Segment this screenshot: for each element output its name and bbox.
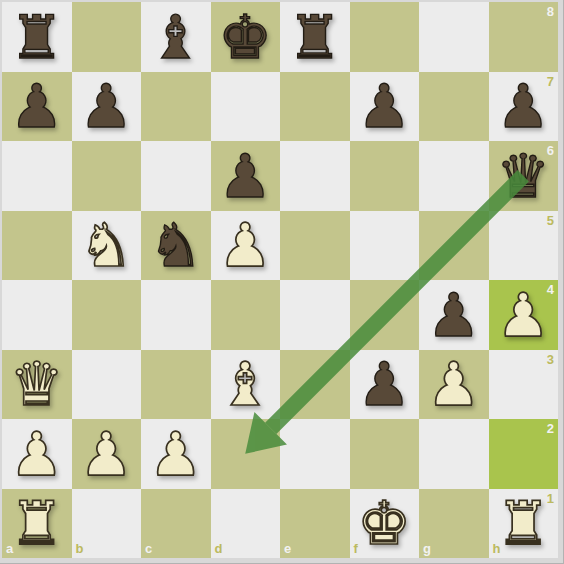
square-b1[interactable]: b: [72, 489, 142, 559]
square-g1[interactable]: g: [419, 489, 489, 559]
square-a4[interactable]: [2, 280, 72, 350]
square-d6[interactable]: ♟: [211, 141, 281, 211]
black-pawn-g4[interactable]: ♟: [419, 280, 489, 350]
chess-board: ♜♝♚♜8♟♟♟♟7♟♛6♞♞♟5♟♟4♛♝♟♟3♟♟♟2♜abcde♚fg♜1…: [2, 2, 558, 558]
square-e4[interactable]: [280, 280, 350, 350]
square-d5[interactable]: ♟: [211, 211, 281, 281]
rank-label-4: 4: [547, 283, 554, 296]
square-a2[interactable]: ♟: [2, 419, 72, 489]
square-f5[interactable]: [350, 211, 420, 281]
square-g6[interactable]: [419, 141, 489, 211]
square-c7[interactable]: [141, 72, 211, 142]
white-knight-b5[interactable]: ♞: [72, 211, 142, 281]
rank-label-8: 8: [547, 5, 554, 18]
black-pawn-a7[interactable]: ♟: [2, 72, 72, 142]
square-c8[interactable]: ♝: [141, 2, 211, 72]
rank-label-5: 5: [547, 214, 554, 227]
square-f1[interactable]: ♚f: [350, 489, 420, 559]
square-h7[interactable]: ♟7: [489, 72, 559, 142]
square-e2[interactable]: [280, 419, 350, 489]
square-h4[interactable]: ♟4: [489, 280, 559, 350]
square-c4[interactable]: [141, 280, 211, 350]
square-h8[interactable]: 8: [489, 2, 559, 72]
square-d3[interactable]: ♝: [211, 350, 281, 420]
square-b6[interactable]: [72, 141, 142, 211]
square-g4[interactable]: ♟: [419, 280, 489, 350]
black-pawn-b7[interactable]: ♟: [72, 72, 142, 142]
white-pawn-g3[interactable]: ♟: [419, 350, 489, 420]
rank-label-3: 3: [547, 353, 554, 366]
square-d2[interactable]: [211, 419, 281, 489]
file-label-c: c: [145, 542, 152, 555]
square-f7[interactable]: ♟: [350, 72, 420, 142]
square-g7[interactable]: [419, 72, 489, 142]
square-g3[interactable]: ♟: [419, 350, 489, 420]
square-e8[interactable]: ♜: [280, 2, 350, 72]
square-b2[interactable]: ♟: [72, 419, 142, 489]
square-g8[interactable]: [419, 2, 489, 72]
square-a6[interactable]: [2, 141, 72, 211]
white-bishop-d3[interactable]: ♝: [211, 350, 281, 420]
chess-board-container: ♜♝♚♜8♟♟♟♟7♟♛6♞♞♟5♟♟4♛♝♟♟3♟♟♟2♜abcde♚fg♜1…: [0, 0, 564, 564]
file-label-g: g: [423, 542, 431, 555]
square-g2[interactable]: [419, 419, 489, 489]
square-a8[interactable]: ♜: [2, 2, 72, 72]
square-e1[interactable]: e: [280, 489, 350, 559]
square-a3[interactable]: ♛: [2, 350, 72, 420]
square-c6[interactable]: [141, 141, 211, 211]
rank-label-6: 6: [547, 144, 554, 157]
square-h6[interactable]: ♛6: [489, 141, 559, 211]
white-pawn-b2[interactable]: ♟: [72, 419, 142, 489]
white-king-f1[interactable]: ♚: [350, 489, 420, 559]
square-c5[interactable]: ♞: [141, 211, 211, 281]
square-f2[interactable]: [350, 419, 420, 489]
square-b5[interactable]: ♞: [72, 211, 142, 281]
file-label-d: d: [215, 542, 223, 555]
black-pawn-f3[interactable]: ♟: [350, 350, 420, 420]
square-d1[interactable]: d: [211, 489, 281, 559]
black-rook-e8[interactable]: ♜: [280, 2, 350, 72]
square-c2[interactable]: ♟: [141, 419, 211, 489]
square-g5[interactable]: [419, 211, 489, 281]
square-f8[interactable]: [350, 2, 420, 72]
file-label-e: e: [284, 542, 291, 555]
square-b4[interactable]: [72, 280, 142, 350]
file-label-f: f: [354, 542, 358, 555]
file-label-b: b: [76, 542, 84, 555]
black-king-d8[interactable]: ♚: [211, 2, 281, 72]
white-queen-a3[interactable]: ♛: [2, 350, 72, 420]
square-h5[interactable]: 5: [489, 211, 559, 281]
square-f4[interactable]: [350, 280, 420, 350]
square-a1[interactable]: ♜a: [2, 489, 72, 559]
square-h2[interactable]: 2: [489, 419, 559, 489]
square-b8[interactable]: [72, 2, 142, 72]
square-f3[interactable]: ♟: [350, 350, 420, 420]
black-bishop-c8[interactable]: ♝: [141, 2, 211, 72]
square-e6[interactable]: [280, 141, 350, 211]
file-label-h: h: [493, 542, 501, 555]
square-d8[interactable]: ♚: [211, 2, 281, 72]
white-pawn-c2[interactable]: ♟: [141, 419, 211, 489]
square-f6[interactable]: [350, 141, 420, 211]
rank-label-1: 1: [547, 492, 554, 505]
square-c3[interactable]: [141, 350, 211, 420]
white-pawn-d5[interactable]: ♟: [211, 211, 281, 281]
square-d7[interactable]: [211, 72, 281, 142]
file-label-a: a: [6, 542, 13, 555]
rank-label-7: 7: [547, 75, 554, 88]
square-h1[interactable]: ♜1h: [489, 489, 559, 559]
black-pawn-f7[interactable]: ♟: [350, 72, 420, 142]
black-rook-a8[interactable]: ♜: [2, 2, 72, 72]
black-pawn-d6[interactable]: ♟: [211, 141, 281, 211]
square-a5[interactable]: [2, 211, 72, 281]
square-d4[interactable]: [211, 280, 281, 350]
square-e7[interactable]: [280, 72, 350, 142]
black-knight-c5[interactable]: ♞: [141, 211, 211, 281]
square-h3[interactable]: 3: [489, 350, 559, 420]
square-b7[interactable]: ♟: [72, 72, 142, 142]
square-e3[interactable]: [280, 350, 350, 420]
square-c1[interactable]: c: [141, 489, 211, 559]
square-a7[interactable]: ♟: [2, 72, 72, 142]
square-b3[interactable]: [72, 350, 142, 420]
white-pawn-a2[interactable]: ♟: [2, 419, 72, 489]
square-e5[interactable]: [280, 211, 350, 281]
rank-label-2: 2: [547, 422, 554, 435]
